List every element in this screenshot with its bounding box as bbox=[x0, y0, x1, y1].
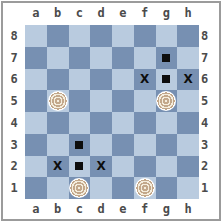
corner-top-left bbox=[3, 3, 25, 25]
square-d5[interactable] bbox=[90, 90, 112, 112]
square-d7[interactable] bbox=[90, 47, 112, 69]
file-label-b: b bbox=[54, 203, 61, 215]
square-d8[interactable] bbox=[90, 25, 112, 47]
corner-bottom-left bbox=[3, 199, 25, 219]
square-b2[interactable]: X bbox=[47, 156, 69, 178]
x-marker-h6: X bbox=[183, 73, 192, 85]
rank-label-2: 2 bbox=[10, 160, 17, 172]
file-label-f: f bbox=[141, 7, 148, 19]
square-e5[interactable] bbox=[112, 90, 134, 112]
square-h1[interactable] bbox=[177, 177, 199, 199]
file-label-a: a bbox=[32, 203, 39, 215]
rank-label-1: 1 bbox=[10, 182, 17, 194]
square-a5[interactable] bbox=[25, 90, 47, 112]
square-c5[interactable] bbox=[69, 90, 91, 112]
square-e1[interactable] bbox=[112, 177, 134, 199]
square-a4[interactable] bbox=[25, 112, 47, 134]
rank-label-3: 3 bbox=[201, 139, 208, 151]
square-h4[interactable] bbox=[177, 112, 199, 134]
square-a7[interactable] bbox=[25, 47, 47, 69]
square-e3[interactable] bbox=[112, 134, 134, 156]
file-labels-top: abcdefgh bbox=[25, 3, 199, 25]
square-g8[interactable] bbox=[156, 25, 178, 47]
square-f5[interactable] bbox=[134, 90, 156, 112]
rank-label-7: 7 bbox=[201, 52, 208, 64]
file-label-h: h bbox=[185, 203, 192, 215]
file-label-e: e bbox=[119, 203, 126, 215]
corner-bottom-right bbox=[199, 199, 219, 219]
square-h2[interactable] bbox=[177, 156, 199, 178]
square-c7[interactable] bbox=[69, 47, 91, 69]
square-b6[interactable] bbox=[47, 69, 69, 91]
file-label-c: c bbox=[76, 203, 83, 215]
white-checker-b5[interactable] bbox=[48, 91, 68, 111]
square-g6[interactable] bbox=[156, 69, 178, 91]
square-h3[interactable] bbox=[177, 134, 199, 156]
square-g3[interactable] bbox=[156, 134, 178, 156]
file-label-a: a bbox=[32, 7, 39, 19]
square-g5[interactable] bbox=[156, 90, 178, 112]
square-a2[interactable] bbox=[25, 156, 47, 178]
black-square-marker-g7 bbox=[162, 54, 170, 62]
file-label-c: c bbox=[76, 7, 83, 19]
square-b1[interactable] bbox=[47, 177, 69, 199]
square-c1[interactable] bbox=[69, 177, 91, 199]
rank-label-3: 3 bbox=[10, 139, 17, 151]
square-a6[interactable] bbox=[25, 69, 47, 91]
file-label-f: f bbox=[141, 203, 148, 215]
square-d4[interactable] bbox=[90, 112, 112, 134]
file-label-h: h bbox=[185, 7, 192, 19]
square-e2[interactable] bbox=[112, 156, 134, 178]
square-e7[interactable] bbox=[112, 47, 134, 69]
rank-label-8: 8 bbox=[10, 30, 17, 42]
square-f8[interactable] bbox=[134, 25, 156, 47]
square-f2[interactable] bbox=[134, 156, 156, 178]
file-labels-bottom: abcdefgh bbox=[25, 199, 199, 219]
file-label-e: e bbox=[119, 7, 126, 19]
square-b8[interactable] bbox=[47, 25, 69, 47]
square-b5[interactable] bbox=[47, 90, 69, 112]
square-h6[interactable]: X bbox=[177, 69, 199, 91]
square-f3[interactable] bbox=[134, 134, 156, 156]
rank-label-2: 2 bbox=[201, 160, 208, 172]
square-g1[interactable] bbox=[156, 177, 178, 199]
square-d2[interactable]: X bbox=[90, 156, 112, 178]
white-checker-f1[interactable] bbox=[135, 178, 155, 198]
x-marker-b2: X bbox=[53, 160, 62, 172]
file-label-b: b bbox=[54, 7, 61, 19]
black-square-marker-c3 bbox=[75, 141, 83, 149]
square-b7[interactable] bbox=[47, 47, 69, 69]
file-label-d: d bbox=[98, 7, 105, 19]
rank-label-8: 8 bbox=[201, 30, 208, 42]
square-a3[interactable] bbox=[25, 134, 47, 156]
board-layout: abcdefgh 87654321 XXXX 87654321 abcdefgh bbox=[3, 3, 219, 219]
square-c6[interactable] bbox=[69, 69, 91, 91]
square-f4[interactable] bbox=[134, 112, 156, 134]
square-f1[interactable] bbox=[134, 177, 156, 199]
white-checker-g5[interactable] bbox=[156, 91, 176, 111]
rank-label-4: 4 bbox=[10, 117, 17, 129]
square-a8[interactable] bbox=[25, 25, 47, 47]
square-f7[interactable] bbox=[134, 47, 156, 69]
file-label-g: g bbox=[163, 7, 170, 19]
square-h8[interactable] bbox=[177, 25, 199, 47]
square-h7[interactable] bbox=[177, 47, 199, 69]
square-c8[interactable] bbox=[69, 25, 91, 47]
rank-label-6: 6 bbox=[201, 73, 208, 85]
rank-label-7: 7 bbox=[10, 52, 17, 64]
square-c3[interactable] bbox=[69, 134, 91, 156]
square-c2[interactable] bbox=[69, 156, 91, 178]
rank-labels-right: 87654321 bbox=[199, 25, 219, 199]
square-g4[interactable] bbox=[156, 112, 178, 134]
square-a1[interactable] bbox=[25, 177, 47, 199]
rank-labels-left: 87654321 bbox=[3, 25, 25, 199]
rank-label-5: 5 bbox=[10, 95, 17, 107]
file-label-g: g bbox=[163, 203, 170, 215]
square-g7[interactable] bbox=[156, 47, 178, 69]
checkers-board-diagram: abcdefgh 87654321 XXXX 87654321 abcdefgh bbox=[0, 0, 222, 222]
rank-label-5: 5 bbox=[201, 95, 208, 107]
rank-label-6: 6 bbox=[10, 73, 17, 85]
square-e6[interactable] bbox=[112, 69, 134, 91]
square-g2[interactable] bbox=[156, 156, 178, 178]
corner-top-right bbox=[199, 3, 219, 25]
file-label-d: d bbox=[98, 203, 105, 215]
square-d3[interactable] bbox=[90, 134, 112, 156]
black-square-marker-g6 bbox=[162, 75, 170, 83]
square-c4[interactable] bbox=[69, 112, 91, 134]
square-e4[interactable] bbox=[112, 112, 134, 134]
square-e8[interactable] bbox=[112, 25, 134, 47]
white-checker-c1[interactable] bbox=[69, 178, 89, 198]
square-f6[interactable]: X bbox=[134, 69, 156, 91]
x-marker-d2: X bbox=[96, 160, 105, 172]
square-d1[interactable] bbox=[90, 177, 112, 199]
board: XXXX bbox=[25, 25, 199, 199]
square-b3[interactable] bbox=[47, 134, 69, 156]
x-marker-f6: X bbox=[140, 73, 149, 85]
square-h5[interactable] bbox=[177, 90, 199, 112]
board-frame: abcdefgh 87654321 XXXX 87654321 abcdefgh bbox=[1, 1, 221, 221]
black-square-marker-c2 bbox=[75, 162, 83, 170]
square-d6[interactable] bbox=[90, 69, 112, 91]
rank-label-4: 4 bbox=[201, 117, 208, 129]
square-b4[interactable] bbox=[47, 112, 69, 134]
rank-label-1: 1 bbox=[201, 182, 208, 194]
